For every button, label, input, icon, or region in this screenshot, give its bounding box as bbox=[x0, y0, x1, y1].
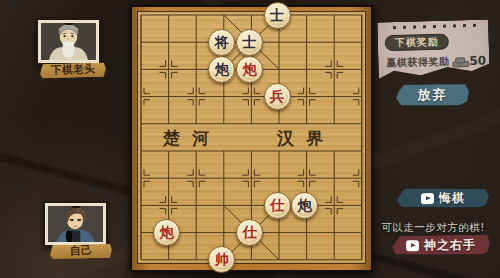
game-screen: 下棋老头 自己 楚河 bbox=[0, 0, 500, 278]
black-general[interactable]: 将 bbox=[208, 29, 235, 56]
red-advisor-2[interactable]: 仕 bbox=[236, 219, 263, 246]
ingot-stack-icon bbox=[452, 56, 468, 67]
photo-clip bbox=[71, 206, 81, 208]
self-name-plaque: 自己 bbox=[50, 243, 112, 260]
opponent-avatar-card bbox=[36, 18, 101, 65]
undo-move-button[interactable]: 悔棋 bbox=[397, 188, 489, 209]
red-cannon-1[interactable]: 炮 bbox=[236, 56, 263, 83]
black-advisor-1[interactable]: 士 bbox=[264, 2, 291, 29]
self-avatar bbox=[48, 206, 103, 242]
undo-label: 悔棋 bbox=[439, 189, 465, 206]
xiangqi-board: 楚河 汉界 士将士炮炮兵仕炮炮仕帅 bbox=[130, 5, 373, 272]
video-ad-icon bbox=[421, 193, 434, 204]
opponent-name-plaque: 下棋老头 bbox=[40, 62, 106, 79]
reward-note: 下棋奖励 赢棋获得奖励 50 bbox=[377, 20, 489, 81]
red-cannon-2[interactable]: 炮 bbox=[153, 219, 180, 246]
give-up-label: 放弃 bbox=[417, 86, 447, 105]
self-name: 自己 bbox=[70, 244, 92, 258]
red-advisor-1[interactable]: 仕 bbox=[264, 192, 291, 219]
opponent-avatar bbox=[41, 23, 96, 60]
gods-right-hand-button[interactable]: 神之右手 bbox=[392, 235, 490, 256]
old-man-portrait bbox=[41, 23, 96, 60]
black-cannon-2[interactable]: 炮 bbox=[291, 192, 318, 219]
photo-clip bbox=[64, 23, 74, 25]
gods-hand-label: 神之右手 bbox=[424, 236, 476, 253]
young-man-portrait bbox=[48, 206, 103, 242]
perforation-dots bbox=[386, 24, 479, 29]
gods-hand-hint: 可以走一步对方的棋! bbox=[374, 221, 492, 235]
black-advisor-2[interactable]: 士 bbox=[236, 29, 263, 56]
reward-badge: 下棋奖励 bbox=[385, 34, 449, 52]
reward-badge-label: 下棋奖励 bbox=[395, 36, 439, 48]
video-ad-icon bbox=[406, 240, 419, 251]
black-cannon-1[interactable]: 炮 bbox=[208, 56, 235, 83]
give-up-button[interactable]: 放弃 bbox=[396, 83, 469, 106]
self-avatar-card bbox=[43, 201, 108, 247]
reward-description: 赢棋获得奖励 bbox=[386, 55, 449, 71]
pieces-layer: 士将士炮炮兵仕炮炮仕帅 bbox=[137, 11, 366, 264]
red-pawn-1[interactable]: 兵 bbox=[264, 83, 291, 110]
board-surface[interactable]: 楚河 汉界 士将士炮炮兵仕炮炮仕帅 bbox=[137, 11, 366, 264]
red-general[interactable]: 帅 bbox=[208, 246, 235, 273]
opponent-name: 下棋老头 bbox=[51, 62, 95, 77]
reward-amount: 50 bbox=[469, 54, 486, 68]
